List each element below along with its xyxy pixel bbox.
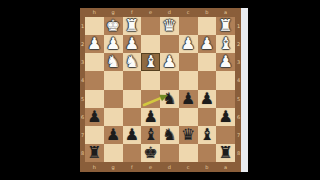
- square-h5[interactable]: [85, 90, 104, 108]
- square-f1[interactable]: ♜: [123, 17, 142, 35]
- square-c7[interactable]: ♛: [179, 126, 198, 144]
- coord-label: d: [160, 8, 179, 16]
- square-a7[interactable]: [216, 126, 235, 144]
- square-d3[interactable]: ♟: [160, 53, 179, 71]
- coord-label: d: [160, 163, 179, 171]
- black-knight: ♞: [162, 127, 176, 143]
- square-f8[interactable]: [123, 144, 142, 162]
- square-a2[interactable]: ♝: [216, 35, 235, 53]
- square-c4[interactable]: [179, 71, 198, 89]
- coord-label: c: [179, 8, 198, 16]
- coord-label: b: [198, 8, 217, 16]
- square-h4[interactable]: [85, 71, 104, 89]
- white-knight: ♞: [125, 54, 139, 70]
- white-bishop: ♝: [143, 54, 157, 70]
- square-h1[interactable]: [85, 17, 104, 35]
- coord-label: g: [104, 163, 123, 171]
- square-c1[interactable]: [179, 17, 198, 35]
- white-bishop: ♝: [218, 36, 232, 52]
- square-d7[interactable]: ♞: [160, 126, 179, 144]
- black-pawn: ♟: [181, 91, 195, 107]
- square-c6[interactable]: [179, 108, 198, 126]
- white-pawn: ♟: [218, 54, 232, 70]
- square-g7[interactable]: ♟: [104, 126, 123, 144]
- white-pawn: ♟: [200, 36, 214, 52]
- square-h2[interactable]: ♟: [85, 35, 104, 53]
- square-g5[interactable]: [104, 90, 123, 108]
- square-g8[interactable]: [104, 144, 123, 162]
- black-pawn: ♟: [125, 127, 139, 143]
- white-pawn: ♟: [125, 36, 139, 52]
- square-c8[interactable]: [179, 144, 198, 162]
- video-background-strip: [241, 8, 248, 172]
- black-pawn: ♟: [143, 109, 157, 125]
- black-knight: ♞: [162, 91, 176, 107]
- coord-label: h: [85, 163, 104, 171]
- square-c5[interactable]: ♟: [179, 90, 198, 108]
- square-a5[interactable]: [216, 90, 235, 108]
- white-queen: ♛: [162, 18, 176, 34]
- coord-label: a: [216, 163, 235, 171]
- black-pawn: ♟: [87, 109, 101, 125]
- chess-board-frame: hgfedcba hgfedcba 12345678 12345678 ♚♜♛♜…: [80, 8, 241, 172]
- square-b7[interactable]: ♝: [198, 126, 217, 144]
- white-pawn: ♟: [87, 36, 101, 52]
- square-f6[interactable]: [123, 108, 142, 126]
- square-e3[interactable]: ♝: [141, 53, 160, 71]
- square-g3[interactable]: ♞: [104, 53, 123, 71]
- square-d6[interactable]: [160, 108, 179, 126]
- black-bishop: ♝: [200, 127, 214, 143]
- square-b3[interactable]: [198, 53, 217, 71]
- square-a3[interactable]: ♟: [216, 53, 235, 71]
- file-labels-bottom: hgfedcba: [85, 163, 235, 171]
- black-king: ♚: [143, 145, 157, 161]
- square-f7[interactable]: ♟: [123, 126, 142, 144]
- square-h6[interactable]: ♟: [85, 108, 104, 126]
- square-c3[interactable]: [179, 53, 198, 71]
- square-f4[interactable]: [123, 71, 142, 89]
- square-e1[interactable]: [141, 17, 160, 35]
- square-e6[interactable]: ♟: [141, 108, 160, 126]
- black-rook: ♜: [87, 145, 101, 161]
- square-d5[interactable]: ♞: [160, 90, 179, 108]
- square-a6[interactable]: ♟: [216, 108, 235, 126]
- coord-label: f: [123, 8, 142, 16]
- square-b2[interactable]: ♟: [198, 35, 217, 53]
- square-b5[interactable]: ♟: [198, 90, 217, 108]
- coord-label: a: [216, 8, 235, 16]
- square-e2[interactable]: [141, 35, 160, 53]
- square-a4[interactable]: [216, 71, 235, 89]
- square-b8[interactable]: [198, 144, 217, 162]
- square-a8[interactable]: ♜: [216, 144, 235, 162]
- square-g1[interactable]: ♚: [104, 17, 123, 35]
- square-e8[interactable]: ♚: [141, 144, 160, 162]
- coord-label: c: [179, 163, 198, 171]
- black-pawn: ♟: [106, 127, 120, 143]
- white-pawn: ♟: [162, 54, 176, 70]
- square-g4[interactable]: [104, 71, 123, 89]
- square-h7[interactable]: [85, 126, 104, 144]
- square-b4[interactable]: [198, 71, 217, 89]
- square-e4[interactable]: [141, 71, 160, 89]
- square-a1[interactable]: ♜: [216, 17, 235, 35]
- square-e7[interactable]: ♝: [141, 126, 160, 144]
- square-d2[interactable]: [160, 35, 179, 53]
- white-pawn: ♟: [106, 36, 120, 52]
- square-g2[interactable]: ♟: [104, 35, 123, 53]
- coord-label: g: [104, 8, 123, 16]
- square-b6[interactable]: [198, 108, 217, 126]
- file-labels-top: hgfedcba: [85, 8, 235, 16]
- black-pawn: ♟: [218, 109, 232, 125]
- square-b1[interactable]: [198, 17, 217, 35]
- coord-label: f: [123, 163, 142, 171]
- square-d4[interactable]: [160, 71, 179, 89]
- white-pawn: ♟: [181, 36, 195, 52]
- square-d1[interactable]: ♛: [160, 17, 179, 35]
- black-bishop: ♝: [143, 127, 157, 143]
- white-knight: ♞: [106, 54, 120, 70]
- white-king: ♚: [106, 18, 120, 34]
- square-e5[interactable]: [141, 90, 160, 108]
- square-f5[interactable]: [123, 90, 142, 108]
- square-h8[interactable]: ♜: [85, 144, 104, 162]
- black-queen: ♛: [181, 127, 195, 143]
- coord-label: h: [85, 8, 104, 16]
- chess-board: ♚♜♛♜♟♟♟♟♟♝♞♞♝♟♟♞♟♟♟♟♟♟♟♝♞♛♝♜♚♜: [85, 17, 235, 162]
- square-f3[interactable]: ♞: [123, 53, 142, 71]
- white-rook: ♜: [218, 18, 232, 34]
- black-rook: ♜: [218, 145, 232, 161]
- square-c2[interactable]: ♟: [179, 35, 198, 53]
- square-g6[interactable]: [104, 108, 123, 126]
- coord-label: e: [141, 163, 160, 171]
- white-rook: ♜: [125, 18, 139, 34]
- square-h3[interactable]: [85, 53, 104, 71]
- coord-label: e: [141, 8, 160, 16]
- square-d8[interactable]: [160, 144, 179, 162]
- coord-label: b: [198, 163, 217, 171]
- square-f2[interactable]: ♟: [123, 35, 142, 53]
- black-pawn: ♟: [200, 91, 214, 107]
